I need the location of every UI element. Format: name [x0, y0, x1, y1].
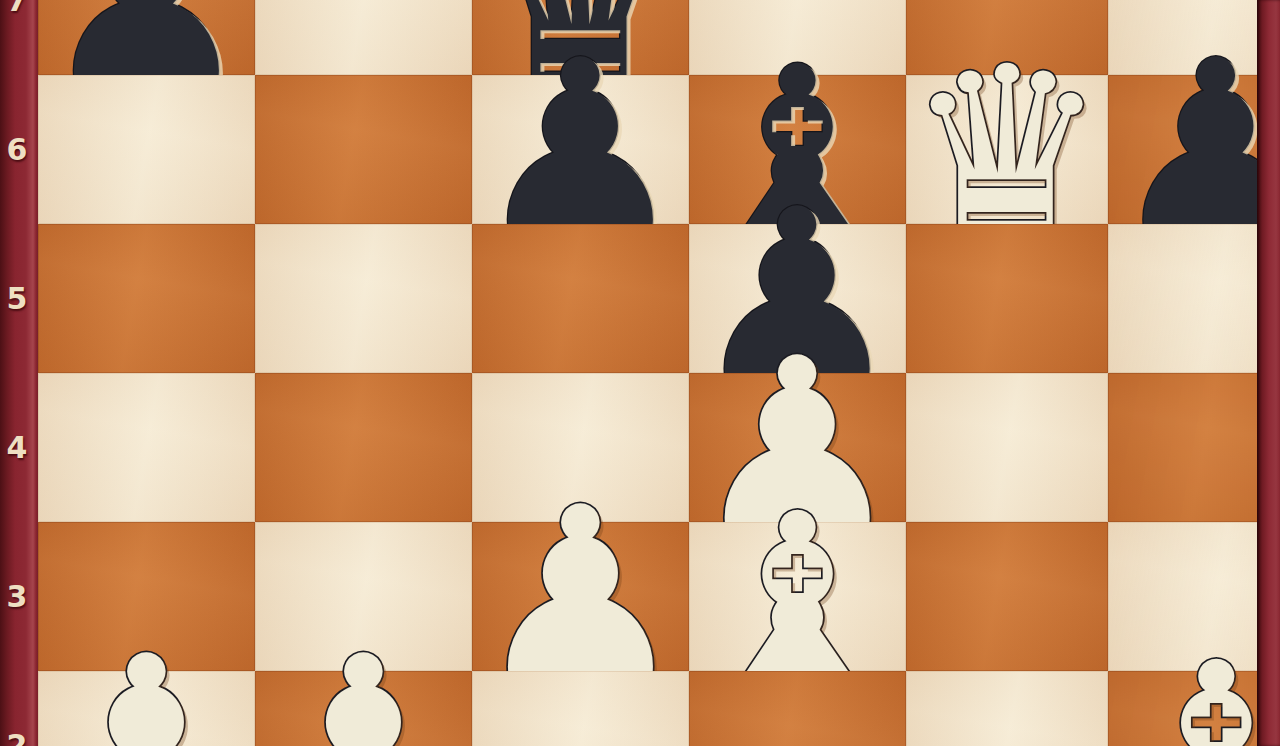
black-pawn-icon: ♟: [1108, 75, 1280, 224]
chessboard-diagram: ♟♛♟♟♟♝♛♟♟♟♟♝♟♟♝♟♟ 765432: [0, 0, 1280, 746]
rank-label-4: 4: [0, 430, 34, 466]
white-pawn-icon: ♟: [38, 671, 255, 746]
white-pawn-icon: ♟: [472, 522, 689, 671]
rank-label-6: 6: [0, 132, 34, 168]
square-c3[interactable]: ♟: [472, 522, 689, 671]
black-pawn-icon: ♟: [38, 0, 255, 75]
square-f6[interactable]: ♟: [1108, 75, 1280, 224]
square-e2[interactable]: [906, 671, 1108, 746]
square-a2[interactable]: ♟: [38, 671, 255, 746]
square-e5[interactable]: [906, 224, 1108, 373]
rank-label-5: 5: [0, 281, 34, 317]
white-pawn-icon: ♟: [255, 671, 472, 746]
square-a7[interactable]: ♟: [38, 0, 255, 75]
square-c5[interactable]: [472, 224, 689, 373]
square-b7[interactable]: [255, 0, 472, 75]
black-pawn-icon: ♟: [472, 75, 689, 224]
square-d2[interactable]: [689, 671, 906, 746]
rank-label-3: 3: [0, 579, 34, 615]
square-b6[interactable]: [255, 75, 472, 224]
square-f4[interactable]: [1108, 373, 1280, 522]
square-d3[interactable]: ♝: [689, 522, 906, 671]
square-c6[interactable]: ♟: [472, 75, 689, 224]
square-c2[interactable]: [472, 671, 689, 746]
white-bishop-icon: ♝: [1115, 671, 1280, 746]
board-grid: ♟♛♟♟♟♝♛♟♟♟♟♝♟♟♝♟♟: [38, 0, 1257, 746]
square-b5[interactable]: [255, 224, 472, 373]
white-bishop-icon: ♝: [696, 522, 898, 671]
square-e6[interactable]: ♛: [906, 75, 1108, 224]
board-frame-left: 765432: [0, 0, 38, 746]
white-queen-icon: ♛: [906, 75, 1108, 224]
square-b4[interactable]: [255, 373, 472, 522]
square-a6[interactable]: [38, 75, 255, 224]
square-f2[interactable]: ♝: [1108, 671, 1280, 746]
square-b2[interactable]: ♟: [255, 671, 472, 746]
square-a5[interactable]: [38, 224, 255, 373]
square-e3[interactable]: [906, 522, 1108, 671]
square-f5[interactable]: [1108, 224, 1280, 373]
board-frame-right: [1257, 0, 1280, 746]
rank-label-7: 7: [0, 0, 34, 19]
rank-label-2: 2: [0, 728, 34, 746]
square-e4[interactable]: [906, 373, 1108, 522]
square-a4[interactable]: [38, 373, 255, 522]
